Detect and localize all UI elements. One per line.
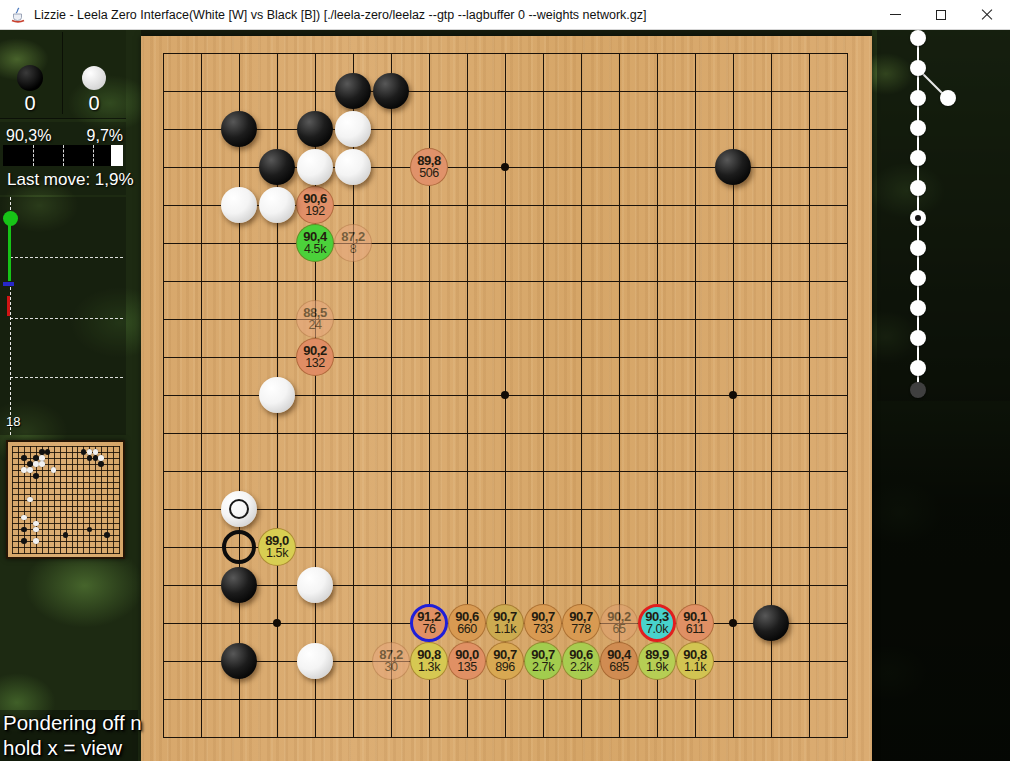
thumb-grid-line [12,529,120,530]
thumb-black-stone [104,532,110,538]
analysis-suggestion-iq[interactable]: 90,0135 [448,642,486,680]
black-stone [715,149,751,185]
thumb-white-stone [93,449,99,455]
maximize-icon [936,10,946,20]
lizzie-window: Lizzie - Leela Zero Interface(White [W] … [0,0,1010,761]
star-point [273,619,281,627]
thumb-white-stone [27,497,33,503]
thumb-black-stone [33,473,39,479]
white-stone [335,149,371,185]
suggestion-visits: 30 [384,661,397,674]
tree-node[interactable] [910,360,926,376]
thumb-black-stone [93,455,99,461]
thumb-black-stone [21,538,27,544]
tree-node[interactable] [910,300,926,316]
suggestion-visits: 1.5k [266,547,288,560]
suggestion-visits: 778 [571,623,591,636]
thumb-grid-line [12,506,120,507]
thumb-grid-line [12,511,120,512]
suggestion-visits: 1.3k [418,661,440,674]
white-stone [297,567,333,603]
suggestion-visits: 1.9k [646,661,668,674]
thumb-grid-line [12,553,120,554]
graph-gridline-75 [10,377,123,378]
suggestion-visits: 4.5k [304,243,326,256]
thumb-grid-line [12,541,120,542]
suggestion-visits: 135 [457,661,477,674]
star-point [729,391,737,399]
analysis-suggestion-mp[interactable]: 90,265 [600,604,638,642]
grid-line-horizontal [163,737,848,738]
black-captures-icon [17,65,43,91]
white-stone [297,643,333,679]
graph-gridline-50 [10,318,123,319]
tree-node[interactable] [910,60,926,76]
graph-red-segment [7,296,10,316]
last-move-delta-label: Last move: 1,9% [7,170,134,190]
white-stone [221,187,257,223]
thumb-grid-line [89,446,90,554]
black-stone [221,567,257,603]
suggestion-visits: 8 [350,243,357,256]
star-point [501,163,509,171]
tree-node[interactable] [910,210,926,226]
analysis-suggestion-mq[interactable]: 90,4685 [600,642,638,680]
black-stone [373,73,409,109]
thumb-white-stone [21,467,27,473]
analysis-suggestion-dn[interactable]: 89,01.5k [258,528,296,566]
java-app-icon [10,7,26,23]
graph-gridline-25 [10,257,123,258]
suggestion-visits: 733 [533,623,553,636]
captures-panel-border [0,118,126,119]
grid-line-horizontal [163,509,848,510]
suggestion-visits: 76 [422,623,435,636]
analysis-suggestion-np[interactable]: 90,37.0k [638,604,676,642]
analysis-suggestion-hp[interactable]: 91,276 [410,604,448,642]
star-point [729,619,737,627]
suggestion-visits: 685 [609,661,629,674]
winrate-tick-75 [93,145,94,166]
black-stone [335,73,371,109]
tree-node[interactable] [910,180,926,196]
thumb-white-stone [33,461,39,467]
maximize-button[interactable] [918,0,964,29]
analysis-suggestion-op[interactable]: 90,1611 [676,604,714,642]
window-controls [872,0,1010,29]
variation-tree-panel[interactable] [877,30,1010,401]
thumb-grid-line [12,523,120,524]
white-stone [259,187,295,223]
analysis-suggestion-jq[interactable]: 90,7896 [486,642,524,680]
suggestion-visits: 24 [308,319,321,332]
analysis-suggestion-ei[interactable]: 90,2132 [296,338,334,376]
analysis-suggestion-lp[interactable]: 90,7778 [562,604,600,642]
black-stone [259,149,295,185]
thumb-white-stone [33,521,39,527]
window-title: Lizzie - Leela Zero Interface(White [W] … [34,8,647,22]
thumb-grid-line [119,446,120,554]
next-move-marker [222,530,256,564]
last-move-marker [229,499,249,519]
thumb-grid-line [95,446,96,554]
grid-line-horizontal [163,585,848,586]
white-stone [297,149,333,185]
suggestion-visits: 132 [305,357,325,370]
grid-line-vertical [847,53,848,738]
tree-node[interactable] [910,270,926,286]
suggestion-visits: 611 [686,623,705,636]
analysis-suggestion-oq[interactable]: 90,81.1k [676,642,714,680]
status-line-2: hold x = view [3,736,122,760]
white-captures-count: 0 [64,92,124,115]
analysis-suggestion-eh[interactable]: 88,524 [296,300,334,338]
thumb-black-stone [39,449,45,455]
tree-node[interactable] [910,120,926,136]
thumb-grid-line [12,547,120,548]
thumb-black-stone [98,461,104,467]
thumb-grid-line [83,446,84,554]
suggestion-visits: 7.0k [646,623,668,636]
black-captures-count: 0 [0,92,60,115]
black-stone [297,111,333,147]
suggestion-visits: 506 [419,167,439,180]
analysis-suggestion-lq[interactable]: 90,62.2k [562,642,600,680]
suggestion-visits: 896 [495,661,515,674]
suggestion-visits: 192 [305,205,325,218]
status-line-1: Pondering off n [3,711,142,735]
minimize-button[interactable] [872,0,918,29]
thumb-white-stone [21,515,27,521]
thumb-black-stone [33,455,39,461]
winrate-bar-white [111,145,123,166]
star-point [501,391,509,399]
suggestion-visits: 1.1k [494,623,516,636]
tree-node[interactable] [910,90,926,106]
thumb-white-stone [51,467,57,473]
analysis-suggestion-hq[interactable]: 90,81.3k [410,642,448,680]
tree-node[interactable] [910,30,926,46]
analysis-suggestion-kp[interactable]: 90,7733 [524,604,562,642]
tree-current-node-dot [915,215,921,221]
thumb-white-stone [39,461,45,467]
captures-divider [62,32,63,114]
thumb-black-stone [45,449,51,455]
analysis-suggestion-jp[interactable]: 90,71.1k [486,604,524,642]
suggestion-visits: 1.1k [684,661,706,674]
thumb-grid-line [72,446,73,554]
black-stone [221,643,257,679]
thumb-white-stone [98,455,104,461]
thumb-white-stone [39,455,45,461]
close-button[interactable] [964,0,1010,29]
black-stone [221,111,257,147]
analysis-suggestion-nq[interactable]: 89,91.9k [638,642,676,680]
grid-line-horizontal [163,699,848,700]
thumb-white-stone [33,527,39,533]
analysis-suggestion-ff[interactable]: 87,28 [334,224,372,262]
black-winrate-label: 90,3% [6,127,51,145]
analysis-suggestion-kq[interactable]: 90,72.7k [524,642,562,680]
close-icon [981,9,993,21]
white-captures-icon [82,66,106,90]
thumb-grid-line [12,517,120,518]
suggestion-visits: 65 [612,623,625,636]
main-content: 89,850690,619290,44.5k87,2888,52490,2132… [0,30,1010,761]
thumb-black-stone [87,455,93,461]
thumb-black-stone [81,449,87,455]
white-stone [259,377,295,413]
grid-line-horizontal [163,471,848,472]
tree-branch-node[interactable] [940,90,956,106]
analysis-suggestion-ef[interactable]: 90,44.5k [296,224,334,262]
suggestion-visits: 2.7k [532,661,554,674]
analysis-suggestion-ip[interactable]: 90,6660 [448,604,486,642]
thumb-grid-line [77,446,78,554]
analysis-suggestion-gq[interactable]: 87,230 [372,642,410,680]
suggestion-visits: 2.2k [570,661,592,674]
thumb-white-stone [27,467,33,473]
tree-node[interactable] [910,150,926,166]
thumb-black-stone [21,527,27,533]
thumb-black-stone [87,527,93,533]
suggestion-visits: 660 [457,623,477,636]
white-winrate-label: 9,7% [87,127,123,145]
thumb-grid-line [113,446,114,554]
winrate-bar-black [3,145,111,166]
tree-end-node[interactable] [910,382,926,398]
white-stone [335,111,371,147]
thumb-white-stone [87,449,93,455]
thumb-black-stone [63,532,69,538]
winrate-bar [3,145,123,166]
graph-winrate-line [8,222,11,281]
thumb-white-stone [33,538,39,544]
thumb-black-stone [21,455,27,461]
winrate-tick-25 [33,145,34,166]
graph-blue-tick [3,282,14,286]
graph-move-number: 18 [6,414,20,429]
grid-line-vertical [809,53,810,738]
title-bar: Lizzie - Leela Zero Interface(White [W] … [0,0,1010,30]
tree-node[interactable] [910,330,926,346]
tree-node[interactable] [910,240,926,256]
variation-subboard [6,440,125,559]
analysis-suggestion-ee[interactable]: 90,6192 [296,186,334,224]
grid-line-horizontal [163,433,848,434]
analysis-suggestion-hd[interactable]: 89,8506 [410,148,448,186]
go-board[interactable]: 89,850690,619290,44.5k87,2888,52490,2132… [0,30,1010,761]
graph-current-marker [3,211,18,226]
thumb-black-stone [27,461,33,467]
minimize-icon [890,14,901,15]
winrate-graph[interactable] [0,197,126,435]
black-stone [753,605,789,641]
winrate-tick-50 [63,145,64,166]
